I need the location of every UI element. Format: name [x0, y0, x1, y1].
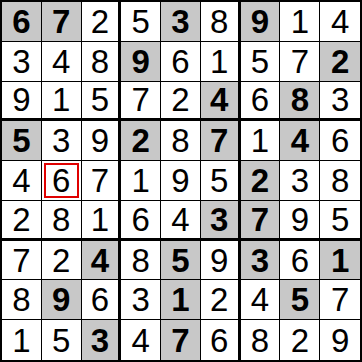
cell-r6c8[interactable]: 9 [280, 201, 320, 241]
solved-digit: 9 [210, 244, 228, 277]
cell-r4c6[interactable]: 7 [201, 121, 241, 161]
cell-r7c1[interactable]: 7 [2, 241, 42, 281]
cell-r6c7[interactable]: 7 [241, 201, 281, 241]
given-digit: 1 [171, 283, 189, 316]
solved-digit: 4 [251, 283, 269, 316]
solved-digit: 1 [91, 203, 109, 236]
cell-r3c3[interactable]: 5 [82, 82, 122, 122]
solved-digit: 6 [132, 203, 150, 236]
cell-r9c8[interactable]: 2 [280, 320, 320, 360]
given-digit: 2 [331, 45, 349, 78]
cell-r4c5[interactable]: 8 [161, 121, 201, 161]
cell-r5c4[interactable]: 1 [121, 161, 161, 201]
solved-digit: 4 [171, 203, 189, 236]
given-digit: 2 [251, 164, 269, 197]
cell-r6c5[interactable]: 4 [161, 201, 201, 241]
solved-digit: 7 [91, 164, 109, 197]
given-digit: 7 [171, 324, 189, 357]
cell-r4c4[interactable]: 2 [121, 121, 161, 161]
solved-digit: 6 [331, 124, 349, 157]
solved-digit: 1 [132, 164, 150, 197]
cell-r1c3[interactable]: 2 [82, 2, 122, 42]
cell-r7c5[interactable]: 5 [161, 241, 201, 281]
given-digit: 5 [171, 244, 189, 277]
solved-digit: 9 [91, 124, 109, 157]
cell-r1c1[interactable]: 6 [2, 2, 42, 42]
solved-digit: 1 [52, 83, 70, 116]
solved-digit: 7 [331, 283, 349, 316]
cell-r7c9[interactable]: 1 [320, 241, 360, 281]
cell-r9c4[interactable]: 4 [121, 320, 161, 360]
cell-r3c6[interactable]: 4 [201, 82, 241, 122]
solved-digit: 2 [171, 83, 189, 116]
solved-digit: 6 [291, 244, 309, 277]
solved-digit: 3 [12, 45, 30, 78]
solved-digit: 5 [331, 203, 349, 236]
given-digit: 1 [331, 244, 349, 277]
solved-digit: 1 [12, 324, 30, 357]
cell-r8c9[interactable]: 7 [320, 280, 360, 320]
solved-digit: 6 [251, 83, 269, 116]
cell-r3c2[interactable]: 1 [42, 82, 82, 122]
cell-r2c2[interactable]: 4 [42, 42, 82, 82]
cell-r1c4[interactable]: 5 [121, 2, 161, 42]
given-digit: 3 [210, 203, 228, 236]
solved-digit: 4 [52, 45, 70, 78]
solved-digit: 6 [52, 164, 70, 197]
solved-digit: 7 [12, 244, 30, 277]
cell-r6c3[interactable]: 1 [82, 201, 122, 241]
solved-digit: 4 [12, 164, 30, 197]
cell-r8c1[interactable]: 8 [2, 280, 42, 320]
cell-r7c2[interactable]: 2 [42, 241, 82, 281]
cell-r7c4[interactable]: 8 [121, 241, 161, 281]
cell-r1c2[interactable]: 7 [42, 2, 82, 42]
given-digit: 4 [291, 124, 309, 157]
cell-r3c5[interactable]: 2 [161, 82, 201, 122]
given-digit: 9 [52, 283, 70, 316]
cell-r4c1[interactable]: 5 [2, 121, 42, 161]
solved-digit: 9 [291, 203, 309, 236]
given-digit: 8 [291, 83, 309, 116]
cell-r9c5[interactable]: 7 [161, 320, 201, 360]
cell-r5c9[interactable]: 8 [320, 161, 360, 201]
given-digit: 9 [251, 5, 269, 38]
solved-digit: 2 [210, 283, 228, 316]
solved-digit: 1 [251, 124, 269, 157]
cell-r4c2[interactable]: 3 [42, 121, 82, 161]
solved-digit: 5 [132, 5, 150, 38]
cell-r8c5[interactable]: 1 [161, 280, 201, 320]
solved-digit: 8 [210, 5, 228, 38]
given-digit: 7 [210, 124, 228, 157]
solved-digit: 8 [12, 283, 30, 316]
cell-r3c1[interactable]: 9 [2, 82, 42, 122]
solved-digit: 8 [52, 203, 70, 236]
solved-digit: 1 [210, 45, 228, 78]
given-digit: 7 [251, 203, 269, 236]
cell-r8c2[interactable]: 9 [42, 280, 82, 320]
cell-r7c7[interactable]: 3 [241, 241, 281, 281]
cell-r2c8[interactable]: 7 [280, 42, 320, 82]
solved-digit: 5 [52, 324, 70, 357]
solved-digit: 8 [132, 244, 150, 277]
solved-digit: 3 [52, 124, 70, 157]
cell-r6c4[interactable]: 6 [121, 201, 161, 241]
solved-digit: 3 [331, 83, 349, 116]
solved-digit: 9 [171, 164, 189, 197]
given-digit: 2 [132, 124, 150, 157]
cell-r2c4[interactable]: 9 [121, 42, 161, 82]
cell-r2c5[interactable]: 6 [161, 42, 201, 82]
cell-r1c8[interactable]: 1 [280, 2, 320, 42]
solved-digit: 2 [291, 324, 309, 357]
cell-r9c3[interactable]: 3 [82, 320, 122, 360]
solved-digit: 4 [132, 324, 150, 357]
solved-digit: 2 [91, 5, 109, 38]
cell-r9c1[interactable]: 1 [2, 320, 42, 360]
given-digit: 5 [12, 124, 30, 157]
cell-r3c7[interactable]: 6 [241, 82, 281, 122]
cell-r5c2[interactable]: 6 [42, 161, 82, 201]
solved-digit: 2 [52, 244, 70, 277]
solved-digit: 9 [331, 324, 349, 357]
solved-digit: 9 [12, 83, 30, 116]
solved-digit: 7 [132, 83, 150, 116]
given-digit: 4 [91, 244, 109, 277]
cell-r6c1[interactable]: 2 [2, 201, 42, 241]
cell-r8c4[interactable]: 3 [121, 280, 161, 320]
solved-digit: 8 [171, 124, 189, 157]
solved-digit: 6 [210, 324, 228, 357]
cell-r3c9[interactable]: 3 [320, 82, 360, 122]
cell-r8c3[interactable]: 6 [82, 280, 122, 320]
solved-digit: 3 [291, 164, 309, 197]
cell-r4c3[interactable]: 9 [82, 121, 122, 161]
cell-r2c1[interactable]: 3 [2, 42, 42, 82]
cell-r1c5[interactable]: 3 [161, 2, 201, 42]
cell-r3c8[interactable]: 8 [280, 82, 320, 122]
cell-r2c6[interactable]: 1 [201, 42, 241, 82]
cell-r1c6[interactable]: 8 [201, 2, 241, 42]
cell-r5c1[interactable]: 4 [2, 161, 42, 201]
cell-r2c9[interactable]: 2 [320, 42, 360, 82]
solved-digit: 5 [251, 45, 269, 78]
solved-digit: 4 [331, 5, 349, 38]
solved-digit: 7 [291, 45, 309, 78]
cell-r8c7[interactable]: 4 [241, 280, 281, 320]
given-digit: 3 [171, 5, 189, 38]
solved-digit: 8 [331, 164, 349, 197]
cell-r3c4[interactable]: 7 [121, 82, 161, 122]
given-digit: 3 [91, 324, 109, 357]
solved-digit: 8 [91, 45, 109, 78]
solved-digit: 3 [132, 283, 150, 316]
cell-r6c2[interactable]: 8 [42, 201, 82, 241]
solved-digit: 8 [251, 324, 269, 357]
cell-r9c6[interactable]: 6 [201, 320, 241, 360]
given-digit: 7 [52, 5, 70, 38]
given-digit: 6 [12, 5, 30, 38]
cell-r9c9[interactable]: 9 [320, 320, 360, 360]
given-digit: 3 [251, 244, 269, 277]
solved-digit: 5 [91, 83, 109, 116]
solved-digit: 2 [12, 203, 30, 236]
solved-digit: 5 [210, 164, 228, 197]
solved-digit: 1 [291, 5, 309, 38]
cell-r9c2[interactable]: 5 [42, 320, 82, 360]
cell-r8c6[interactable]: 2 [201, 280, 241, 320]
solved-digit: 6 [91, 283, 109, 316]
cell-r5c5[interactable]: 9 [161, 161, 201, 201]
cell-r4c7[interactable]: 1 [241, 121, 281, 161]
cell-r2c3[interactable]: 8 [82, 42, 122, 82]
cell-r5c3[interactable]: 7 [82, 161, 122, 201]
cell-r1c9[interactable]: 4 [320, 2, 360, 42]
given-digit: 5 [291, 283, 309, 316]
solved-digit: 6 [171, 45, 189, 78]
cell-r6c6[interactable]: 3 [201, 201, 241, 241]
cell-r7c6[interactable]: 9 [201, 241, 241, 281]
cell-r6c9[interactable]: 5 [320, 201, 360, 241]
given-digit: 4 [210, 83, 228, 116]
cell-r1c7[interactable]: 9 [241, 2, 281, 42]
cell-r8c8[interactable]: 5 [280, 280, 320, 320]
cell-r5c6[interactable]: 5 [201, 161, 241, 201]
cell-r4c9[interactable]: 6 [320, 121, 360, 161]
sudoku-board: 6725389143489615729157246835392871464671… [0, 0, 362, 362]
cell-r4c8[interactable]: 4 [280, 121, 320, 161]
cell-r5c8[interactable]: 3 [280, 161, 320, 201]
cell-r7c3[interactable]: 4 [82, 241, 122, 281]
given-digit: 9 [132, 45, 150, 78]
cell-r2c7[interactable]: 5 [241, 42, 281, 82]
cell-r7c8[interactable]: 6 [280, 241, 320, 281]
cell-r5c7[interactable]: 2 [241, 161, 281, 201]
cell-r9c7[interactable]: 8 [241, 320, 281, 360]
